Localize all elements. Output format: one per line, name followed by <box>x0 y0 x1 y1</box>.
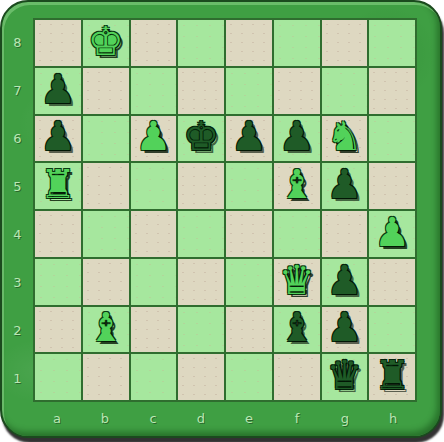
square-h6[interactable] <box>369 116 415 162</box>
square-c8[interactable] <box>131 20 177 66</box>
rank-label-3: 3 <box>2 258 33 306</box>
square-e3[interactable] <box>226 259 272 305</box>
square-e8[interactable] <box>226 20 272 66</box>
square-f4[interactable] <box>274 211 320 257</box>
square-b2[interactable]: ♝ <box>83 307 129 353</box>
board: ♚♟♟♟♚♟♟♞♜♝♟♟♛♟♝♝♟♛♜ <box>33 18 417 402</box>
square-g3[interactable]: ♟ <box>322 259 368 305</box>
file-label-b: b <box>81 404 129 432</box>
piece-black-pawn[interactable]: ♟ <box>326 164 362 204</box>
square-b6[interactable] <box>83 116 129 162</box>
piece-black-pawn[interactable]: ♟ <box>279 116 315 156</box>
square-a4[interactable] <box>35 211 81 257</box>
square-a8[interactable] <box>35 20 81 66</box>
square-c5[interactable] <box>131 163 177 209</box>
square-f3[interactable]: ♛ <box>274 259 320 305</box>
square-h1[interactable]: ♜ <box>369 354 415 400</box>
file-label-h: h <box>369 404 417 432</box>
square-e5[interactable] <box>226 163 272 209</box>
square-h2[interactable] <box>369 307 415 353</box>
square-b8[interactable]: ♚ <box>83 20 129 66</box>
square-g7[interactable] <box>322 68 368 114</box>
rank-label-4: 4 <box>2 210 33 258</box>
square-g2[interactable]: ♟ <box>322 307 368 353</box>
square-e6[interactable]: ♟ <box>226 116 272 162</box>
square-c2[interactable] <box>131 307 177 353</box>
square-c4[interactable] <box>131 211 177 257</box>
file-labels: abcdefgh <box>33 404 417 432</box>
square-f5[interactable]: ♝ <box>274 163 320 209</box>
square-e1[interactable] <box>226 354 272 400</box>
file-label-e: e <box>225 404 273 432</box>
square-b4[interactable] <box>83 211 129 257</box>
square-c6[interactable]: ♟ <box>131 116 177 162</box>
square-a5[interactable]: ♜ <box>35 163 81 209</box>
square-c3[interactable] <box>131 259 177 305</box>
piece-white-king[interactable]: ♚ <box>88 21 124 61</box>
square-f6[interactable]: ♟ <box>274 116 320 162</box>
square-b1[interactable] <box>83 354 129 400</box>
square-g4[interactable] <box>322 211 368 257</box>
piece-black-pawn[interactable]: ♟ <box>326 307 362 347</box>
square-h3[interactable] <box>369 259 415 305</box>
square-e7[interactable] <box>226 68 272 114</box>
square-d6[interactable]: ♚ <box>178 116 224 162</box>
file-label-a: a <box>33 404 81 432</box>
piece-white-bishop[interactable]: ♝ <box>279 164 315 204</box>
file-label-f: f <box>273 404 321 432</box>
piece-black-rook[interactable]: ♜ <box>374 355 410 395</box>
square-b7[interactable] <box>83 68 129 114</box>
square-h7[interactable] <box>369 68 415 114</box>
piece-black-pawn[interactable]: ♟ <box>40 69 76 109</box>
square-b3[interactable] <box>83 259 129 305</box>
square-d4[interactable] <box>178 211 224 257</box>
piece-black-pawn[interactable]: ♟ <box>231 116 267 156</box>
piece-black-pawn[interactable]: ♟ <box>40 116 76 156</box>
square-d7[interactable] <box>178 68 224 114</box>
square-d2[interactable] <box>178 307 224 353</box>
square-g6[interactable]: ♞ <box>322 116 368 162</box>
square-a6[interactable]: ♟ <box>35 116 81 162</box>
square-f1[interactable] <box>274 354 320 400</box>
square-f7[interactable] <box>274 68 320 114</box>
piece-white-rook[interactable]: ♜ <box>40 164 76 204</box>
piece-white-pawn[interactable]: ♟ <box>374 212 410 252</box>
square-b5[interactable] <box>83 163 129 209</box>
piece-white-queen[interactable]: ♛ <box>279 260 315 300</box>
square-h8[interactable] <box>369 20 415 66</box>
square-a3[interactable] <box>35 259 81 305</box>
square-c7[interactable] <box>131 68 177 114</box>
rank-label-2: 2 <box>2 306 33 354</box>
piece-black-bishop[interactable]: ♝ <box>279 307 315 347</box>
rank-label-7: 7 <box>2 66 33 114</box>
square-e2[interactable] <box>226 307 272 353</box>
piece-white-pawn[interactable]: ♟ <box>135 116 171 156</box>
square-d8[interactable] <box>178 20 224 66</box>
square-g5[interactable]: ♟ <box>322 163 368 209</box>
file-label-d: d <box>177 404 225 432</box>
rank-labels: 87654321 <box>2 18 33 402</box>
square-g8[interactable] <box>322 20 368 66</box>
piece-black-queen[interactable]: ♛ <box>326 355 362 395</box>
board-frame: 87654321 ♚♟♟♟♚♟♟♞♜♝♟♟♛♟♝♝♟♛♜ abcdefgh <box>0 0 442 438</box>
rank-label-1: 1 <box>2 354 33 402</box>
square-g1[interactable]: ♛ <box>322 354 368 400</box>
square-a1[interactable] <box>35 354 81 400</box>
piece-white-knight[interactable]: ♞ <box>326 116 362 156</box>
square-e4[interactable] <box>226 211 272 257</box>
file-label-g: g <box>321 404 369 432</box>
piece-black-pawn[interactable]: ♟ <box>326 260 362 300</box>
square-a7[interactable]: ♟ <box>35 68 81 114</box>
file-label-c: c <box>129 404 177 432</box>
rank-label-5: 5 <box>2 162 33 210</box>
piece-white-bishop[interactable]: ♝ <box>88 307 124 347</box>
square-d3[interactable] <box>178 259 224 305</box>
rank-label-6: 6 <box>2 114 33 162</box>
square-f8[interactable] <box>274 20 320 66</box>
square-d1[interactable] <box>178 354 224 400</box>
piece-black-king[interactable]: ♚ <box>183 116 219 156</box>
square-h4[interactable]: ♟ <box>369 211 415 257</box>
rank-label-8: 8 <box>2 18 33 66</box>
square-d5[interactable] <box>178 163 224 209</box>
square-f2[interactable]: ♝ <box>274 307 320 353</box>
square-c1[interactable] <box>131 354 177 400</box>
square-a2[interactable] <box>35 307 81 353</box>
square-h5[interactable] <box>369 163 415 209</box>
